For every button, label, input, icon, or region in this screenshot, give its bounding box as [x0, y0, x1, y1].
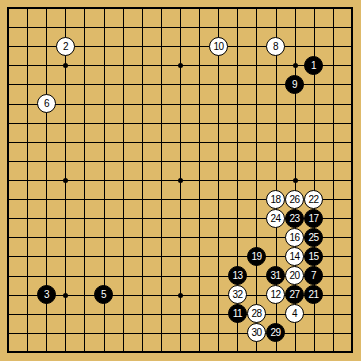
stone-white-32: 32	[228, 285, 247, 304]
stone-white-28: 28	[247, 304, 266, 323]
star-point	[178, 63, 183, 68]
go-board: 1234567891011121314151617181920212223242…	[0, 0, 361, 361]
stone-black-5: 5	[94, 285, 113, 304]
stone-black-13: 13	[228, 266, 247, 285]
grid-line-vertical	[351, 7, 353, 353]
stone-white-20: 20	[285, 266, 304, 285]
stone-black-21: 21	[304, 285, 323, 304]
stone-white-16: 16	[285, 228, 304, 247]
stone-black-17: 17	[304, 209, 323, 228]
star-point	[178, 178, 183, 183]
stone-white-30: 30	[247, 323, 266, 342]
grid-line-vertical	[333, 7, 334, 353]
stone-black-19: 19	[247, 247, 266, 266]
stone-black-11: 11	[228, 304, 247, 323]
grid-line-vertical	[199, 7, 200, 353]
stone-black-9: 9	[285, 75, 304, 94]
grid-line-horizontal	[7, 333, 353, 334]
star-point	[63, 178, 68, 183]
stone-white-10: 10	[209, 37, 228, 56]
stone-white-12: 12	[266, 285, 285, 304]
stone-white-4: 4	[285, 304, 304, 323]
star-point	[293, 178, 298, 183]
stone-white-24: 24	[266, 209, 285, 228]
star-point	[63, 293, 68, 298]
grid-line-horizontal	[7, 351, 353, 353]
grid-line-vertical	[218, 7, 219, 353]
stone-black-1: 1	[304, 56, 323, 75]
grid-line-vertical	[256, 7, 257, 353]
star-point	[63, 63, 68, 68]
stone-white-6: 6	[37, 94, 56, 113]
stone-white-18: 18	[266, 190, 285, 209]
stone-black-23: 23	[285, 209, 304, 228]
stone-white-2: 2	[56, 37, 75, 56]
stone-black-29: 29	[266, 323, 285, 342]
stone-black-3: 3	[37, 285, 56, 304]
star-point	[293, 63, 298, 68]
stone-black-31: 31	[266, 266, 285, 285]
stone-white-8: 8	[266, 37, 285, 56]
stone-white-14: 14	[285, 247, 304, 266]
stone-white-26: 26	[285, 190, 304, 209]
stone-black-7: 7	[304, 266, 323, 285]
stone-black-15: 15	[304, 247, 323, 266]
stone-black-25: 25	[304, 228, 323, 247]
star-point	[178, 293, 183, 298]
stone-black-27: 27	[285, 285, 304, 304]
stone-white-22: 22	[304, 190, 323, 209]
